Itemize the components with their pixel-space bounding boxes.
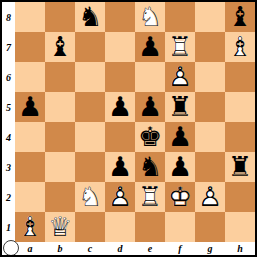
square-h4[interactable]: [225, 122, 255, 152]
file-label-h: h: [225, 242, 255, 255]
piece-outline-layer: ♔: [165, 182, 195, 212]
file-label-a: a: [15, 242, 45, 255]
square-g3[interactable]: [195, 152, 225, 182]
square-f2[interactable]: ♚♔: [165, 182, 195, 212]
file-label-b: b: [45, 242, 75, 255]
black-bishop-b7: ♝: [45, 32, 75, 62]
black-pawn-d5: ♟: [105, 92, 135, 122]
square-f5[interactable]: ♜: [165, 92, 195, 122]
square-g5[interactable]: [195, 92, 225, 122]
piece-fill-layer: ♟: [105, 152, 135, 182]
white-rook-f7: ♜♖: [165, 32, 195, 62]
square-h6[interactable]: [225, 62, 255, 92]
square-d6[interactable]: [105, 62, 135, 92]
square-e5[interactable]: ♟: [135, 92, 165, 122]
rank-label-6: 6: [2, 62, 15, 92]
square-a2[interactable]: [15, 182, 45, 212]
file-label-d: d: [105, 242, 135, 255]
square-a8[interactable]: [15, 2, 45, 32]
square-g1[interactable]: [195, 212, 225, 242]
piece-outline-layer: ♙: [195, 182, 225, 212]
file-label-e: e: [135, 242, 165, 255]
square-d7[interactable]: [105, 32, 135, 62]
square-b1[interactable]: ♛♕: [45, 212, 75, 242]
piece-fill-layer: ♚: [135, 122, 165, 152]
piece-fill-layer: ♟: [165, 152, 195, 182]
square-e8[interactable]: ♞♘: [135, 2, 165, 32]
white-knight-c2: ♞♘: [75, 182, 105, 212]
square-c3[interactable]: [75, 152, 105, 182]
square-e4[interactable]: ♚: [135, 122, 165, 152]
square-g8[interactable]: [195, 2, 225, 32]
rank-labels: 87654321: [2, 2, 15, 242]
piece-fill-layer: ♟: [135, 32, 165, 62]
white-pawn-d2: ♟♙: [105, 182, 135, 212]
square-c2[interactable]: ♞♘: [75, 182, 105, 212]
piece-outline-layer: ♘: [135, 2, 165, 32]
square-b5[interactable]: [45, 92, 75, 122]
piece-outline-layer: ♖: [165, 32, 195, 62]
square-a7[interactable]: [15, 32, 45, 62]
square-a4[interactable]: [15, 122, 45, 152]
white-king-f2: ♚♔: [165, 182, 195, 212]
rank-label-7: 7: [2, 32, 15, 62]
piece-fill-layer: ♟: [165, 122, 195, 152]
square-c1[interactable]: [75, 212, 105, 242]
piece-fill-layer: ♝: [45, 32, 75, 62]
black-pawn-d3: ♟: [105, 152, 135, 182]
square-h5[interactable]: [225, 92, 255, 122]
white-pawn-g2: ♟♙: [195, 182, 225, 212]
square-b3[interactable]: [45, 152, 75, 182]
square-c6[interactable]: [75, 62, 105, 92]
square-b6[interactable]: [45, 62, 75, 92]
piece-fill-layer: ♝: [225, 2, 255, 32]
square-f7[interactable]: ♜♖: [165, 32, 195, 62]
square-c4[interactable]: [75, 122, 105, 152]
square-g4[interactable]: [195, 122, 225, 152]
square-d3[interactable]: ♟: [105, 152, 135, 182]
piece-fill-layer: ♞: [75, 2, 105, 32]
square-h2[interactable]: [225, 182, 255, 212]
file-label-f: f: [165, 242, 195, 255]
square-c5[interactable]: [75, 92, 105, 122]
square-b4[interactable]: [45, 122, 75, 152]
piece-outline-layer: ♗: [225, 32, 255, 62]
square-d4[interactable]: [105, 122, 135, 152]
square-e1[interactable]: [135, 212, 165, 242]
black-pawn-a5: ♟: [15, 92, 45, 122]
black-pawn-e5: ♟: [135, 92, 165, 122]
piece-fill-layer: ♟: [105, 92, 135, 122]
black-knight-e3: ♞: [135, 152, 165, 182]
white-to-move-indicator-icon: [3, 240, 19, 256]
black-bishop-h8: ♝: [225, 2, 255, 32]
square-a5[interactable]: ♟: [15, 92, 45, 122]
square-f4[interactable]: ♟: [165, 122, 195, 152]
rank-label-1: 1: [2, 212, 15, 242]
piece-fill-layer: ♟: [135, 92, 165, 122]
piece-fill-layer: ♜: [225, 152, 255, 182]
piece-fill-layer: ♜: [165, 92, 195, 122]
black-pawn-f3: ♟: [165, 152, 195, 182]
square-c7[interactable]: [75, 32, 105, 62]
white-bishop-h7: ♝♗: [225, 32, 255, 62]
black-king-e4: ♚: [135, 122, 165, 152]
chess-board: ♞♞♘♝♝♟♜♖♝♗♟♙♟♟♟♜♚♟♟♞♟♜♞♘♟♙♜♖♚♔♟♙♝♗♛♕: [15, 2, 255, 242]
white-queen-b1: ♛♕: [45, 212, 75, 242]
rank-label-4: 4: [2, 122, 15, 152]
square-e3[interactable]: ♞: [135, 152, 165, 182]
square-h1[interactable]: [225, 212, 255, 242]
white-bishop-a1: ♝♗: [15, 212, 45, 242]
white-knight-e8: ♞♘: [135, 2, 165, 32]
rank-label-2: 2: [2, 182, 15, 212]
square-a1[interactable]: ♝♗: [15, 212, 45, 242]
piece-outline-layer: ♗: [15, 212, 45, 242]
square-g7[interactable]: [195, 32, 225, 62]
piece-outline-layer: ♖: [135, 182, 165, 212]
square-a3[interactable]: [15, 152, 45, 182]
piece-outline-layer: ♙: [165, 62, 195, 92]
square-f1[interactable]: [165, 212, 195, 242]
piece-outline-layer: ♕: [45, 212, 75, 242]
piece-outline-layer: ♘: [75, 182, 105, 212]
file-label-g: g: [195, 242, 225, 255]
black-pawn-f4: ♟: [165, 122, 195, 152]
square-b8[interactable]: [45, 2, 75, 32]
square-d2[interactable]: ♟♙: [105, 182, 135, 212]
rank-label-5: 5: [2, 92, 15, 122]
file-labels: abcdefgh: [15, 242, 255, 255]
black-pawn-e7: ♟: [135, 32, 165, 62]
square-d8[interactable]: [105, 2, 135, 32]
piece-fill-layer: ♞: [135, 152, 165, 182]
rank-label-8: 8: [2, 2, 15, 32]
file-label-c: c: [75, 242, 105, 255]
square-g6[interactable]: [195, 62, 225, 92]
square-h7[interactable]: ♝♗: [225, 32, 255, 62]
chess-diagram: 87654321 ♞♞♘♝♝♟♜♖♝♗♟♙♟♟♟♜♚♟♟♞♟♜♞♘♟♙♜♖♚♔♟…: [0, 0, 257, 257]
square-f6[interactable]: ♟♙: [165, 62, 195, 92]
black-rook-h3: ♜: [225, 152, 255, 182]
square-e2[interactable]: ♜♖: [135, 182, 165, 212]
white-rook-e2: ♜♖: [135, 182, 165, 212]
square-d1[interactable]: [105, 212, 135, 242]
square-h8[interactable]: ♝: [225, 2, 255, 32]
black-knight-c8: ♞: [75, 2, 105, 32]
square-h3[interactable]: ♜: [225, 152, 255, 182]
piece-fill-layer: ♟: [15, 92, 45, 122]
square-b2[interactable]: [45, 182, 75, 212]
square-e6[interactable]: [135, 62, 165, 92]
square-f3[interactable]: ♟: [165, 152, 195, 182]
square-b7[interactable]: ♝: [45, 32, 75, 62]
square-a6[interactable]: [15, 62, 45, 92]
square-e7[interactable]: ♟: [135, 32, 165, 62]
rank-label-3: 3: [2, 152, 15, 182]
black-rook-f5: ♜: [165, 92, 195, 122]
white-pawn-f6: ♟♙: [165, 62, 195, 92]
square-g2[interactable]: ♟♙: [195, 182, 225, 212]
square-f8[interactable]: [165, 2, 195, 32]
square-c8[interactable]: ♞: [75, 2, 105, 32]
piece-outline-layer: ♙: [105, 182, 135, 212]
square-d5[interactable]: ♟: [105, 92, 135, 122]
